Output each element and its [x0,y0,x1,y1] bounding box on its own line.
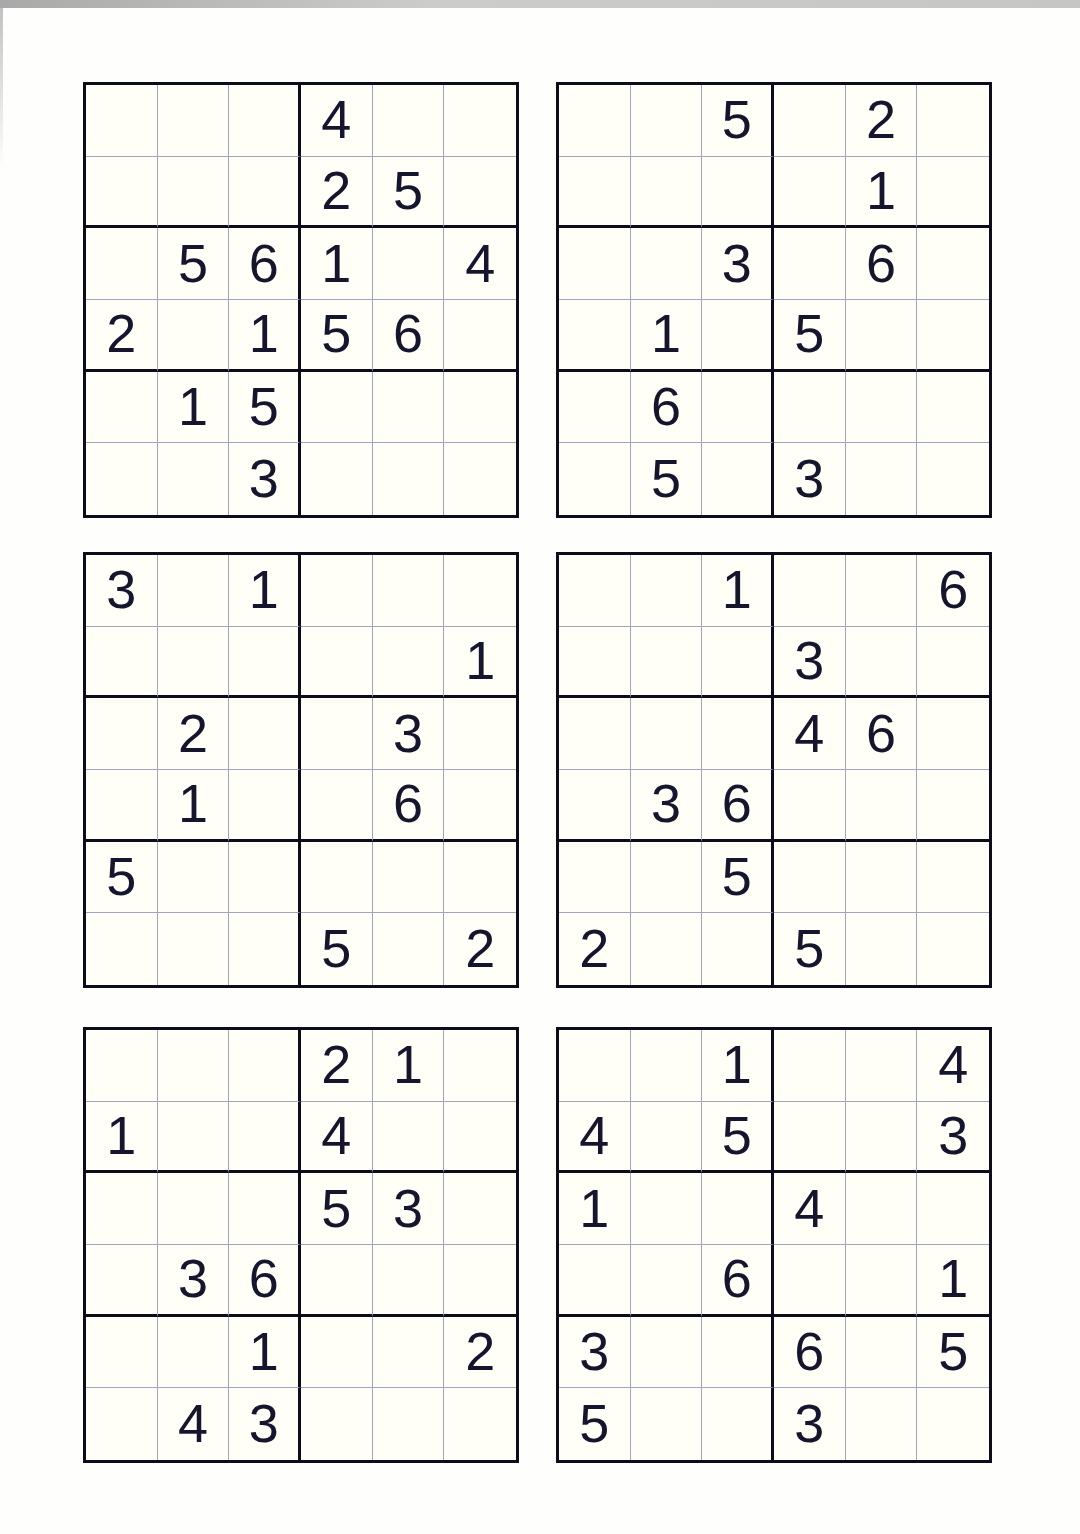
cell-r2c3[interactable] [229,157,301,229]
cell-r1c4[interactable] [774,85,846,157]
cell-r3c1[interactable] [86,228,158,300]
cell-r4c2[interactable]: 3 [631,770,703,842]
cell-r3c5[interactable]: 6 [846,698,918,770]
cell-r2c6[interactable] [444,157,516,229]
cell-r2c2[interactable] [158,157,230,229]
cell-r2c1[interactable] [86,627,158,699]
cell-r2c1[interactable] [559,627,631,699]
cell-r2c2[interactable] [158,1102,230,1174]
cell-r6c4[interactable]: 3 [774,1388,846,1460]
cell-r5c1[interactable]: 3 [559,1317,631,1389]
sudoku-board-6: 14453146136553 [556,1027,992,1463]
cell-r3c5[interactable]: 6 [846,228,918,300]
cell-r2c1[interactable]: 4 [559,1102,631,1174]
cell-r1c1[interactable] [559,1030,631,1102]
cell-r6c1[interactable] [559,443,631,515]
cell-r2c4[interactable]: 3 [774,627,846,699]
cell-r3c6[interactable] [444,1173,516,1245]
cell-r5c4[interactable] [301,1317,373,1389]
cell-r6c3[interactable] [702,1388,774,1460]
cell-r6c4[interactable] [301,443,373,515]
sudoku-board-1: 42556142156153 [83,82,519,518]
cell-r5c3[interactable] [702,1317,774,1389]
cell-r6c5[interactable] [846,913,918,985]
cell-r6c3[interactable] [702,443,774,515]
cell-r4c6[interactable] [444,1245,516,1317]
cell-r2c6[interactable] [917,157,989,229]
cell-r1c5[interactable]: 2 [846,85,918,157]
cell-r1c4[interactable] [301,555,373,627]
cell-r6c3[interactable]: 3 [229,443,301,515]
cell-r3c4[interactable]: 4 [774,698,846,770]
cell-r4c6[interactable] [444,300,516,372]
cell-r3c2[interactable] [631,1173,703,1245]
cell-r5c3[interactable] [229,842,301,914]
sudoku-board-3: 3112316552 [83,552,519,988]
cell-r2c5[interactable] [373,1102,445,1174]
cell-r5c3[interactable] [702,372,774,444]
cell-r3c6[interactable] [917,698,989,770]
cell-r3c6[interactable] [917,228,989,300]
cell-r1c3[interactable]: 5 [702,85,774,157]
cell-r4c2[interactable] [631,1245,703,1317]
cell-r2c4[interactable] [774,157,846,229]
cell-r6c3[interactable]: 3 [229,1388,301,1460]
cell-r4c5[interactable] [846,770,918,842]
cell-r3c3[interactable] [229,1173,301,1245]
cell-r1c5[interactable]: 1 [373,1030,445,1102]
cell-r6c1[interactable] [86,913,158,985]
cell-r4c1[interactable] [86,770,158,842]
cell-r4c3[interactable]: 6 [702,1245,774,1317]
cell-r5c5[interactable] [373,1317,445,1389]
cell-r2c4[interactable]: 4 [301,1102,373,1174]
cell-r5c4[interactable]: 6 [774,1317,846,1389]
cell-r2c4[interactable] [301,627,373,699]
cell-r3c1[interactable] [559,228,631,300]
cell-r5c2[interactable] [631,842,703,914]
cell-r2c1[interactable] [559,157,631,229]
cell-r1c2[interactable] [158,1030,230,1102]
cell-r2c4[interactable] [774,1102,846,1174]
cell-r6c2[interactable] [158,913,230,985]
cell-r1c6[interactable] [917,85,989,157]
cell-r1c6[interactable]: 6 [917,555,989,627]
cell-r3c4[interactable]: 5 [301,1173,373,1245]
cell-r2c3[interactable]: 5 [702,1102,774,1174]
cell-r6c2[interactable] [631,913,703,985]
cell-r3c4[interactable]: 4 [774,1173,846,1245]
cell-r2c6[interactable]: 1 [444,627,516,699]
cell-r4c5[interactable] [846,1245,918,1317]
cell-r5c3[interactable]: 1 [229,1317,301,1389]
cell-r6c1[interactable] [86,443,158,515]
cell-r2c3[interactable] [702,157,774,229]
cell-r6c1[interactable]: 5 [559,1388,631,1460]
cell-r6c2[interactable] [631,1388,703,1460]
cell-r1c1[interactable] [559,555,631,627]
cell-r3c4[interactable] [301,698,373,770]
cell-r1c1[interactable] [86,85,158,157]
cell-r4c3[interactable]: 1 [229,300,301,372]
cell-r3c2[interactable] [631,228,703,300]
cell-r4c6[interactable] [917,770,989,842]
cell-r3c2[interactable] [631,698,703,770]
cell-r5c6[interactable]: 5 [917,1317,989,1389]
cell-r3c3[interactable] [702,698,774,770]
cell-r1c6[interactable]: 4 [917,1030,989,1102]
cell-r1c6[interactable] [444,555,516,627]
cell-r3c6[interactable] [444,698,516,770]
cell-r5c5[interactable] [846,1317,918,1389]
sudoku-board-5: 211453361243 [83,1027,519,1463]
cell-r4c2[interactable]: 1 [631,300,703,372]
cell-r6c4[interactable]: 3 [774,443,846,515]
cell-r4c4[interactable]: 5 [774,300,846,372]
cell-r5c4[interactable] [774,372,846,444]
cell-r4c3[interactable] [229,770,301,842]
cell-r1c3[interactable] [229,1030,301,1102]
cell-r5c3[interactable]: 5 [229,372,301,444]
cell-r4c4[interactable] [774,770,846,842]
cell-r6c5[interactable] [373,1388,445,1460]
cell-r6c2[interactable]: 4 [158,1388,230,1460]
cell-r4c5[interactable] [846,300,918,372]
cell-r4c2[interactable]: 1 [158,770,230,842]
cell-r3c2[interactable]: 5 [158,228,230,300]
cell-r2c2[interactable] [631,157,703,229]
cell-r2c2[interactable] [631,1102,703,1174]
cell-r6c1[interactable] [86,1388,158,1460]
cell-r5c5[interactable] [846,372,918,444]
cell-r5c1[interactable] [559,372,631,444]
cell-r1c4[interactable]: 4 [301,85,373,157]
cell-r4c5[interactable]: 6 [373,770,445,842]
cell-r6c2[interactable] [158,443,230,515]
cell-r4c1[interactable]: 2 [86,300,158,372]
cell-r6c6[interactable] [444,1388,516,1460]
cell-r4c4[interactable] [301,1245,373,1317]
cell-r2c5[interactable] [373,627,445,699]
cell-r2c4[interactable]: 2 [301,157,373,229]
cell-r5c6[interactable]: 2 [444,1317,516,1389]
cell-r5c2[interactable] [158,842,230,914]
cell-r5c1[interactable] [86,372,158,444]
page-left-edge [0,8,3,168]
cell-r4c2[interactable] [158,300,230,372]
cell-r6c5[interactable] [373,913,445,985]
cell-r1c2[interactable] [631,555,703,627]
cell-r6c3[interactable] [229,913,301,985]
cell-r1c3[interactable]: 1 [229,555,301,627]
cell-r3c6[interactable]: 4 [444,228,516,300]
cell-r2c6[interactable] [444,1102,516,1174]
cell-r2c2[interactable] [158,627,230,699]
cell-r6c4[interactable] [301,1388,373,1460]
cell-r6c1[interactable]: 2 [559,913,631,985]
cell-r1c1[interactable] [86,1030,158,1102]
cell-r1c4[interactable] [774,1030,846,1102]
cell-r5c6[interactable] [917,842,989,914]
cell-r5c2[interactable] [631,1317,703,1389]
cell-r1c5[interactable] [846,555,918,627]
cell-r2c6[interactable] [917,627,989,699]
cell-r1c2[interactable] [158,85,230,157]
cell-r2c5[interactable] [846,627,918,699]
cell-r6c4[interactable]: 5 [774,913,846,985]
cell-r3c5[interactable]: 3 [373,698,445,770]
cell-r6c6[interactable] [917,1388,989,1460]
cell-r4c1[interactable] [559,770,631,842]
cell-r3c5[interactable] [846,1173,918,1245]
cell-r2c2[interactable] [631,627,703,699]
cell-r6c6[interactable]: 2 [444,913,516,985]
cell-r5c2[interactable] [158,1317,230,1389]
cell-r2c3[interactable] [229,1102,301,1174]
cell-r2c1[interactable]: 1 [86,1102,158,1174]
sudoku-board-2: 5213615653 [556,82,992,518]
cell-r1c3[interactable]: 1 [702,555,774,627]
cell-r1c3[interactable] [229,85,301,157]
cell-r6c6[interactable] [917,443,989,515]
cell-r3c2[interactable]: 2 [158,698,230,770]
cell-r2c3[interactable] [229,627,301,699]
cell-r5c6[interactable] [444,372,516,444]
cell-r1c1[interactable] [559,85,631,157]
cell-r6c3[interactable] [702,913,774,985]
cell-r6c5[interactable] [373,443,445,515]
cell-r4c3[interactable]: 6 [229,1245,301,1317]
cell-r2c5[interactable]: 1 [846,157,918,229]
cell-r2c1[interactable] [86,157,158,229]
cell-r1c6[interactable] [444,1030,516,1102]
cell-r6c6[interactable] [444,443,516,515]
page-top-edge [0,0,1080,8]
cell-r6c5[interactable] [846,443,918,515]
cell-r5c1[interactable]: 5 [86,842,158,914]
cell-r1c2[interactable] [158,555,230,627]
cell-r3c3[interactable]: 3 [702,228,774,300]
cell-r5c6[interactable] [444,842,516,914]
cell-r3c1[interactable] [559,698,631,770]
cell-r5c5[interactable] [846,842,918,914]
sudoku-worksheet-page: 42556142156153 5213615653 3112316552 163… [0,0,1080,1534]
cell-r3c1[interactable]: 1 [559,1173,631,1245]
cell-r2c5[interactable]: 5 [373,157,445,229]
cell-r1c5[interactable] [373,85,445,157]
cell-r6c4[interactable]: 5 [301,913,373,985]
cell-r3c3[interactable]: 6 [229,228,301,300]
cell-r1c5[interactable] [373,555,445,627]
cell-r4c6[interactable] [917,300,989,372]
cell-r3c3[interactable] [229,698,301,770]
cell-r1c6[interactable] [444,85,516,157]
cell-r3c3[interactable] [702,1173,774,1245]
cell-r5c2[interactable]: 1 [158,372,230,444]
cell-r4c4[interactable]: 5 [301,300,373,372]
cell-r5c1[interactable] [559,842,631,914]
cell-r5c5[interactable] [373,842,445,914]
cell-r5c6[interactable] [917,372,989,444]
cell-r4c4[interactable] [774,1245,846,1317]
cell-r4c6[interactable]: 1 [917,1245,989,1317]
sudoku-board-4: 1634636525 [556,552,992,988]
cell-r3c4[interactable]: 1 [301,228,373,300]
cell-r4c1[interactable] [559,1245,631,1317]
cell-r3c4[interactable] [774,228,846,300]
cell-r5c2[interactable]: 6 [631,372,703,444]
cell-r1c4[interactable] [774,555,846,627]
cell-r4c5[interactable]: 6 [373,300,445,372]
cell-r1c1[interactable]: 3 [86,555,158,627]
cell-r1c2[interactable] [631,85,703,157]
cell-r3c1[interactable] [86,698,158,770]
cell-r3c2[interactable] [158,1173,230,1245]
cell-r4c2[interactable]: 3 [158,1245,230,1317]
cell-r5c3[interactable]: 5 [702,842,774,914]
cell-r2c5[interactable] [846,1102,918,1174]
cell-r6c6[interactable] [917,913,989,985]
cell-r4c1[interactable] [559,300,631,372]
cell-r6c2[interactable]: 5 [631,443,703,515]
cell-r5c4[interactable] [301,842,373,914]
cell-r4c6[interactable] [444,770,516,842]
cell-r4c4[interactable] [301,770,373,842]
cell-r4c5[interactable] [373,1245,445,1317]
cell-r1c4[interactable]: 2 [301,1030,373,1102]
cell-r3c1[interactable] [86,1173,158,1245]
cell-r3c5[interactable] [373,228,445,300]
cell-r4c3[interactable]: 6 [702,770,774,842]
cell-r4c3[interactable] [702,300,774,372]
cell-r1c3[interactable]: 1 [702,1030,774,1102]
cell-r5c1[interactable] [86,1317,158,1389]
cell-r5c5[interactable] [373,372,445,444]
cell-r5c4[interactable] [301,372,373,444]
cell-r3c6[interactable] [917,1173,989,1245]
cell-r2c3[interactable] [702,627,774,699]
cell-r1c2[interactable] [631,1030,703,1102]
cell-r2c6[interactable]: 3 [917,1102,989,1174]
cell-r4c1[interactable] [86,1245,158,1317]
cell-r6c5[interactable] [846,1388,918,1460]
cell-r5c4[interactable] [774,842,846,914]
cell-r1c5[interactable] [846,1030,918,1102]
cell-r3c5[interactable]: 3 [373,1173,445,1245]
